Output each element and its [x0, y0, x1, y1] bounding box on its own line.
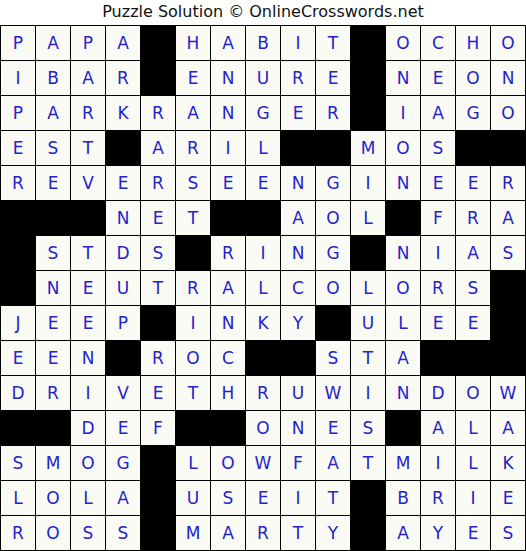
- letter-cell: R: [176, 271, 210, 305]
- letter-cell: J: [1, 306, 35, 340]
- letter-cell: N: [386, 166, 420, 200]
- letter-cell: S: [71, 516, 105, 550]
- letter-cell: Y: [421, 516, 455, 550]
- black-cell: [106, 341, 140, 375]
- letter-cell: R: [1, 166, 35, 200]
- black-cell: [211, 201, 245, 235]
- letter-cell: C: [281, 271, 315, 305]
- letter-cell: L: [176, 446, 210, 480]
- letter-cell: A: [211, 26, 245, 60]
- black-cell: [141, 446, 175, 480]
- letter-cell: I: [351, 376, 385, 410]
- letter-cell: I: [281, 481, 315, 515]
- letter-cell: E: [141, 376, 175, 410]
- black-cell: [386, 201, 420, 235]
- letter-cell: R: [141, 96, 175, 130]
- black-cell: [1, 201, 35, 235]
- letter-cell: A: [491, 201, 525, 235]
- letter-cell: U: [281, 376, 315, 410]
- black-cell: [351, 516, 385, 550]
- black-cell: [36, 411, 70, 445]
- letter-cell: B: [36, 61, 70, 95]
- letter-cell: E: [36, 306, 70, 340]
- black-cell: [351, 481, 385, 515]
- letter-cell: E: [106, 411, 140, 445]
- letter-cell: E: [456, 306, 490, 340]
- black-cell: [456, 131, 490, 165]
- letter-cell: G: [246, 96, 280, 130]
- letter-cell: D: [1, 376, 35, 410]
- letter-cell: R: [71, 96, 105, 130]
- letter-cell: E: [106, 166, 140, 200]
- letter-cell: A: [141, 131, 175, 165]
- letter-cell: E: [316, 411, 350, 445]
- letter-cell: E: [176, 61, 210, 95]
- black-cell: [491, 131, 525, 165]
- letter-cell: S: [316, 341, 350, 375]
- letter-cell: E: [281, 96, 315, 130]
- black-cell: [106, 131, 140, 165]
- letter-cell: H: [176, 26, 210, 60]
- letter-cell: N: [71, 341, 105, 375]
- letter-cell: E: [246, 166, 280, 200]
- letter-cell: S: [36, 236, 70, 270]
- letter-cell: A: [176, 96, 210, 130]
- letter-cell: E: [491, 481, 525, 515]
- black-cell: [176, 411, 210, 445]
- letter-cell: P: [71, 26, 105, 60]
- letter-cell: N: [211, 306, 245, 340]
- letter-cell: G: [106, 446, 140, 480]
- letter-cell: E: [71, 306, 105, 340]
- letter-cell: Y: [316, 516, 350, 550]
- letter-cell: S: [141, 236, 175, 270]
- letter-cell: M: [351, 131, 385, 165]
- letter-cell: N: [386, 376, 420, 410]
- letter-cell: S: [1, 446, 35, 480]
- letter-cell: I: [386, 96, 420, 130]
- letter-cell: D: [106, 236, 140, 270]
- letter-cell: R: [246, 516, 280, 550]
- letter-cell: N: [281, 411, 315, 445]
- letter-cell: E: [456, 166, 490, 200]
- black-cell: [351, 61, 385, 95]
- black-cell: [36, 201, 70, 235]
- letter-cell: O: [316, 201, 350, 235]
- letter-cell: P: [1, 96, 35, 130]
- letter-cell: O: [456, 61, 490, 95]
- letter-cell: G: [316, 166, 350, 200]
- letter-cell: I: [281, 26, 315, 60]
- letter-cell: L: [351, 201, 385, 235]
- letter-cell: E: [1, 131, 35, 165]
- letter-cell: S: [351, 411, 385, 445]
- crossword-grid: PAPAHABITOCHOIBARENURENEONPARKRANGERIAGO…: [0, 25, 526, 551]
- letter-cell: N: [281, 166, 315, 200]
- black-cell: [351, 26, 385, 60]
- letter-cell: G: [456, 96, 490, 130]
- letter-cell: O: [386, 26, 420, 60]
- letter-cell: L: [386, 306, 420, 340]
- letter-cell: T: [176, 201, 210, 235]
- letter-cell: A: [106, 26, 140, 60]
- letter-cell: K: [106, 96, 140, 130]
- letter-cell: T: [71, 236, 105, 270]
- black-cell: [246, 201, 280, 235]
- black-cell: [141, 516, 175, 550]
- letter-cell: R: [36, 376, 70, 410]
- crossword-solution-page: Puzzle Solution © OnlineCrosswords.net P…: [0, 0, 526, 551]
- letter-cell: E: [71, 271, 105, 305]
- letter-cell: S: [36, 131, 70, 165]
- letter-cell: D: [421, 376, 455, 410]
- letter-cell: A: [386, 341, 420, 375]
- letter-cell: L: [456, 411, 490, 445]
- letter-cell: R: [421, 271, 455, 305]
- letter-cell: R: [141, 166, 175, 200]
- black-cell: [211, 411, 245, 445]
- letter-cell: K: [246, 306, 280, 340]
- letter-cell: K: [491, 446, 525, 480]
- letter-cell: R: [106, 61, 140, 95]
- black-cell: [141, 61, 175, 95]
- letter-cell: S: [456, 271, 490, 305]
- letter-cell: L: [246, 271, 280, 305]
- letter-cell: F: [281, 446, 315, 480]
- letter-cell: O: [456, 376, 490, 410]
- letter-cell: A: [281, 201, 315, 235]
- letter-cell: I: [1, 61, 35, 95]
- letter-cell: A: [211, 271, 245, 305]
- letter-cell: O: [246, 411, 280, 445]
- letter-cell: S: [211, 481, 245, 515]
- black-cell: [1, 411, 35, 445]
- letter-cell: O: [386, 271, 420, 305]
- black-cell: [316, 131, 350, 165]
- black-cell: [491, 341, 525, 375]
- letter-cell: I: [211, 131, 245, 165]
- letter-cell: O: [491, 96, 525, 130]
- letter-cell: E: [246, 481, 280, 515]
- black-cell: [386, 411, 420, 445]
- letter-cell: L: [1, 481, 35, 515]
- letter-cell: N: [281, 236, 315, 270]
- letter-cell: E: [421, 166, 455, 200]
- letter-cell: O: [176, 341, 210, 375]
- letter-cell: S: [421, 131, 455, 165]
- letter-cell: T: [281, 516, 315, 550]
- letter-cell: O: [316, 271, 350, 305]
- letter-cell: T: [71, 131, 105, 165]
- letter-cell: T: [316, 26, 350, 60]
- black-cell: [351, 96, 385, 130]
- letter-cell: N: [36, 271, 70, 305]
- letter-cell: O: [491, 26, 525, 60]
- letter-cell: A: [71, 61, 105, 95]
- letter-cell: U: [246, 61, 280, 95]
- letter-cell: U: [351, 306, 385, 340]
- letter-cell: H: [456, 26, 490, 60]
- letter-cell: W: [491, 376, 525, 410]
- letter-cell: S: [106, 516, 140, 550]
- letter-cell: M: [36, 446, 70, 480]
- black-cell: [141, 26, 175, 60]
- letter-cell: A: [211, 516, 245, 550]
- letter-cell: U: [106, 271, 140, 305]
- letter-cell: N: [386, 236, 420, 270]
- black-cell: [141, 481, 175, 515]
- letter-cell: R: [281, 61, 315, 95]
- letter-cell: T: [176, 376, 210, 410]
- letter-cell: R: [421, 481, 455, 515]
- letter-cell: R: [456, 201, 490, 235]
- black-cell: [1, 236, 35, 270]
- letter-cell: E: [141, 201, 175, 235]
- letter-cell: E: [36, 166, 70, 200]
- black-cell: [456, 341, 490, 375]
- letter-cell: U: [176, 481, 210, 515]
- letter-cell: I: [246, 236, 280, 270]
- letter-cell: I: [456, 481, 490, 515]
- letter-cell: A: [421, 411, 455, 445]
- letter-cell: E: [421, 306, 455, 340]
- letter-cell: L: [351, 271, 385, 305]
- letter-cell: A: [456, 236, 490, 270]
- letter-cell: C: [211, 341, 245, 375]
- letter-cell: R: [141, 341, 175, 375]
- letter-cell: S: [176, 166, 210, 200]
- letter-cell: F: [421, 201, 455, 235]
- letter-cell: A: [36, 96, 70, 130]
- letter-cell: S: [491, 516, 525, 550]
- black-cell: [491, 306, 525, 340]
- letter-cell: M: [386, 446, 420, 480]
- letter-cell: P: [1, 26, 35, 60]
- black-cell: [316, 306, 350, 340]
- letter-cell: R: [316, 96, 350, 130]
- letter-cell: E: [421, 61, 455, 95]
- letter-cell: R: [176, 131, 210, 165]
- letter-cell: N: [491, 61, 525, 95]
- letter-cell: O: [211, 446, 245, 480]
- letter-cell: N: [386, 61, 420, 95]
- letter-cell: Y: [281, 306, 315, 340]
- letter-cell: L: [246, 131, 280, 165]
- letter-cell: A: [491, 411, 525, 445]
- letter-cell: I: [71, 376, 105, 410]
- black-cell: [71, 201, 105, 235]
- page-title: Puzzle Solution © OnlineCrosswords.net: [0, 0, 526, 25]
- letter-cell: I: [176, 306, 210, 340]
- letter-cell: A: [386, 516, 420, 550]
- letter-cell: A: [421, 96, 455, 130]
- letter-cell: A: [36, 26, 70, 60]
- letter-cell: O: [71, 446, 105, 480]
- letter-cell: N: [211, 61, 245, 95]
- letter-cell: O: [36, 516, 70, 550]
- letter-cell: N: [211, 96, 245, 130]
- letter-cell: W: [316, 376, 350, 410]
- letter-cell: T: [316, 481, 350, 515]
- letter-cell: C: [421, 26, 455, 60]
- letter-cell: O: [36, 481, 70, 515]
- black-cell: [281, 131, 315, 165]
- letter-cell: V: [71, 166, 105, 200]
- letter-cell: D: [71, 411, 105, 445]
- letter-cell: R: [1, 516, 35, 550]
- letter-cell: I: [421, 446, 455, 480]
- letter-cell: W: [246, 446, 280, 480]
- black-cell: [246, 341, 280, 375]
- letter-cell: A: [106, 481, 140, 515]
- letter-cell: F: [141, 411, 175, 445]
- letter-cell: I: [421, 236, 455, 270]
- letter-cell: T: [351, 446, 385, 480]
- letter-cell: E: [36, 341, 70, 375]
- black-cell: [1, 271, 35, 305]
- letter-cell: T: [351, 341, 385, 375]
- letter-cell: G: [316, 236, 350, 270]
- black-cell: [141, 306, 175, 340]
- letter-cell: E: [456, 516, 490, 550]
- letter-cell: E: [1, 341, 35, 375]
- black-cell: [421, 341, 455, 375]
- letter-cell: E: [211, 166, 245, 200]
- letter-cell: R: [246, 376, 280, 410]
- black-cell: [281, 341, 315, 375]
- letter-cell: V: [106, 376, 140, 410]
- letter-cell: R: [491, 166, 525, 200]
- letter-cell: A: [316, 446, 350, 480]
- letter-cell: I: [351, 166, 385, 200]
- letter-cell: B: [386, 481, 420, 515]
- letter-cell: B: [246, 26, 280, 60]
- letter-cell: O: [386, 131, 420, 165]
- letter-cell: R: [211, 236, 245, 270]
- letter-cell: E: [316, 61, 350, 95]
- letter-cell: H: [211, 376, 245, 410]
- letter-cell: L: [456, 446, 490, 480]
- black-cell: [491, 271, 525, 305]
- letter-cell: L: [71, 481, 105, 515]
- letter-cell: T: [141, 271, 175, 305]
- letter-cell: S: [491, 236, 525, 270]
- black-cell: [351, 236, 385, 270]
- black-cell: [176, 236, 210, 270]
- letter-cell: P: [106, 306, 140, 340]
- letter-cell: N: [106, 201, 140, 235]
- letter-cell: M: [176, 516, 210, 550]
